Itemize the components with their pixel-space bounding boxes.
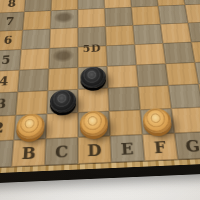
square-c4[interactable] xyxy=(48,68,78,91)
square-e4[interactable] xyxy=(107,65,138,88)
square-f4[interactable] xyxy=(136,64,168,87)
square-g4[interactable] xyxy=(166,62,199,85)
board-frame: 87655D432BCDEFG xyxy=(0,0,200,184)
square-g5[interactable] xyxy=(163,42,195,64)
file-label-d: D xyxy=(78,133,111,168)
square-c3[interactable] xyxy=(47,89,78,114)
square-b6[interactable] xyxy=(21,29,50,50)
file-label-f: F xyxy=(142,130,178,164)
file-label-b: B xyxy=(11,136,46,171)
square-c5[interactable] xyxy=(49,47,78,69)
dark-checker-c3[interactable] xyxy=(50,89,77,113)
square-e1[interactable]: E xyxy=(110,135,144,163)
square-d4[interactable] xyxy=(78,66,108,89)
square-b1[interactable]: B xyxy=(11,139,45,167)
square-e6[interactable] xyxy=(105,25,134,45)
square-c7[interactable] xyxy=(50,10,78,29)
square-g6[interactable] xyxy=(160,23,191,43)
square-e3[interactable] xyxy=(108,87,140,111)
checkers-board: 87655D432BCDEFG xyxy=(0,0,200,168)
square-d7[interactable] xyxy=(78,8,106,27)
square-d3[interactable] xyxy=(78,88,109,113)
square-e7[interactable] xyxy=(105,7,133,26)
square-b3[interactable] xyxy=(16,91,48,116)
square-f5[interactable] xyxy=(135,43,166,65)
square-b5[interactable] xyxy=(19,48,49,70)
square-f3[interactable] xyxy=(138,85,171,109)
square-b4[interactable] xyxy=(18,69,49,92)
square-h6[interactable] xyxy=(188,22,200,42)
square-label-5d: 5D xyxy=(78,42,107,54)
square-g1[interactable]: G xyxy=(175,132,200,160)
square-d1[interactable]: D xyxy=(78,136,111,164)
file-label-c: C xyxy=(45,134,78,169)
square-c6[interactable] xyxy=(50,28,78,49)
square-g7[interactable] xyxy=(158,5,188,24)
square-c1[interactable]: C xyxy=(45,137,78,165)
square-d5[interactable]: 5D xyxy=(78,46,107,68)
square-h7[interactable] xyxy=(185,4,200,23)
square-f7[interactable] xyxy=(131,6,160,25)
file-label-e: E xyxy=(110,131,145,165)
board-photo: 87655D432BCDEFG xyxy=(0,0,200,200)
square-b7[interactable] xyxy=(23,11,51,30)
file-label-g: G xyxy=(174,129,200,163)
square-f1[interactable]: F xyxy=(142,133,178,161)
dark-checker-d4[interactable] xyxy=(80,66,106,88)
square-g3[interactable] xyxy=(168,84,200,108)
square-f6[interactable] xyxy=(133,24,163,44)
square-e5[interactable] xyxy=(106,45,136,67)
